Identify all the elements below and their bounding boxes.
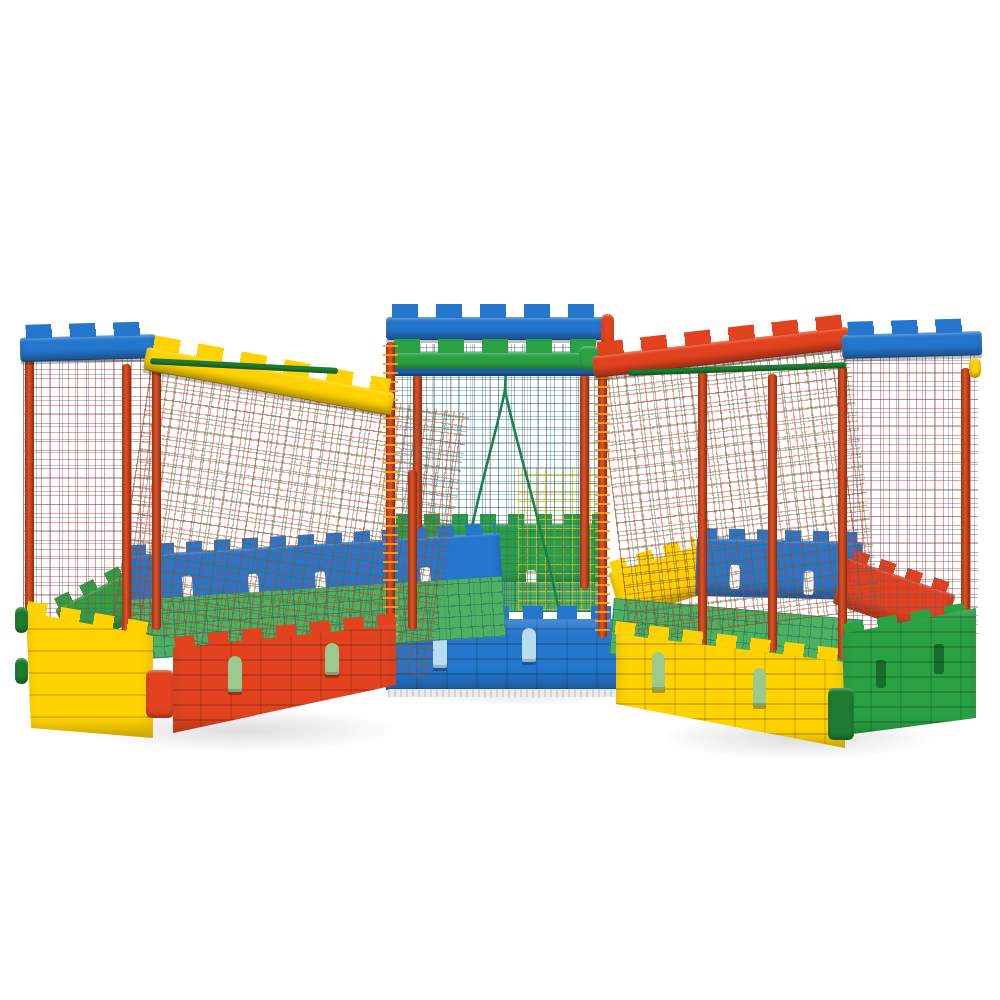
corner-post	[768, 374, 777, 652]
wall-connector-green	[15, 607, 28, 633]
side-wall-slot	[934, 644, 944, 674]
castle-window	[325, 643, 339, 675]
side-wall-slot	[876, 660, 886, 688]
castle-window	[652, 652, 665, 690]
corner-post	[698, 372, 707, 648]
corner-post	[580, 374, 589, 589]
right-top-trim-blue	[842, 331, 983, 359]
corner-post	[408, 470, 417, 630]
castle-window	[753, 668, 766, 706]
middle-top-trim-blue	[386, 317, 604, 340]
castle-window	[522, 628, 536, 662]
middle-base-strip	[388, 689, 652, 697]
castle-playpen-photo	[0, 0, 1000, 1000]
middle-top-rail-blue	[390, 369, 605, 376]
left-top-trim-blue	[20, 334, 157, 362]
corner-post	[25, 356, 34, 618]
wall-connector-green	[15, 658, 28, 684]
corner-post	[838, 366, 847, 660]
right-side-net	[844, 338, 978, 634]
trim-connector-yellow	[969, 358, 981, 378]
corner-connector-green	[828, 688, 854, 740]
corner-post	[152, 368, 161, 630]
castle-window	[228, 656, 242, 692]
corner-connector-red	[146, 670, 174, 718]
corner-post-laced	[598, 370, 607, 638]
